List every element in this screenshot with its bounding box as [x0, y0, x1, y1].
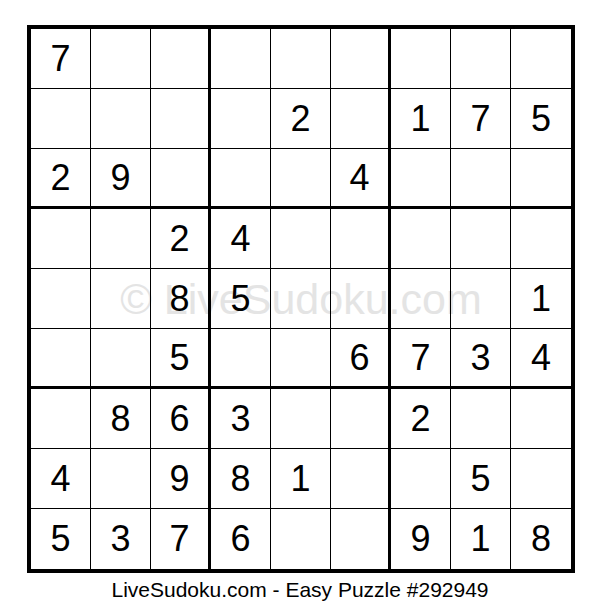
cell-r1c9[interactable]	[511, 29, 571, 89]
cell-r7c5[interactable]	[271, 389, 331, 449]
cell-r5c1[interactable]	[31, 269, 91, 329]
cell-r5c8[interactable]	[451, 269, 511, 329]
cell-r2c7[interactable]: 1	[391, 89, 451, 149]
puzzle-caption: LiveSudoku.com - Easy Puzzle #292949	[0, 578, 600, 602]
cell-r5c3[interactable]: 8	[151, 269, 211, 329]
cell-r1c4[interactable]	[211, 29, 271, 89]
cell-r3c2[interactable]: 9	[91, 149, 151, 209]
cell-r8c2[interactable]	[91, 449, 151, 509]
cell-r8c6[interactable]	[331, 449, 391, 509]
cell-r1c2[interactable]	[91, 29, 151, 89]
cell-r5c6[interactable]	[331, 269, 391, 329]
cell-r2c3[interactable]	[151, 89, 211, 149]
cell-r4c9[interactable]	[511, 209, 571, 269]
sudoku-grid: 7217529424851567348632498155376918	[31, 29, 571, 569]
cell-r4c1[interactable]	[31, 209, 91, 269]
cell-r5c2[interactable]	[91, 269, 151, 329]
cell-r7c3[interactable]: 6	[151, 389, 211, 449]
cell-r6c5[interactable]	[271, 329, 331, 389]
cell-r6c3[interactable]: 5	[151, 329, 211, 389]
cell-r5c9[interactable]: 1	[511, 269, 571, 329]
cell-r5c4[interactable]: 5	[211, 269, 271, 329]
cell-r6c7[interactable]: 7	[391, 329, 451, 389]
cell-r3c4[interactable]	[211, 149, 271, 209]
cell-r6c8[interactable]: 3	[451, 329, 511, 389]
cell-r9c4[interactable]: 6	[211, 509, 271, 569]
cell-r6c9[interactable]: 4	[511, 329, 571, 389]
cell-r8c1[interactable]: 4	[31, 449, 91, 509]
cell-r8c5[interactable]: 1	[271, 449, 331, 509]
cell-r4c2[interactable]	[91, 209, 151, 269]
cell-r2c9[interactable]: 5	[511, 89, 571, 149]
cell-r3c9[interactable]	[511, 149, 571, 209]
cell-r6c2[interactable]	[91, 329, 151, 389]
cell-r9c6[interactable]	[331, 509, 391, 569]
cell-r2c4[interactable]	[211, 89, 271, 149]
cell-r3c3[interactable]	[151, 149, 211, 209]
cell-r4c8[interactable]	[451, 209, 511, 269]
cell-r4c3[interactable]: 2	[151, 209, 211, 269]
cell-r8c9[interactable]	[511, 449, 571, 509]
cell-r4c5[interactable]	[271, 209, 331, 269]
cell-r3c6[interactable]: 4	[331, 149, 391, 209]
cell-r7c4[interactable]: 3	[211, 389, 271, 449]
cell-r9c5[interactable]	[271, 509, 331, 569]
cell-r2c8[interactable]: 7	[451, 89, 511, 149]
cell-r4c4[interactable]: 4	[211, 209, 271, 269]
cell-r7c9[interactable]	[511, 389, 571, 449]
cell-r2c1[interactable]	[31, 89, 91, 149]
cell-r3c7[interactable]	[391, 149, 451, 209]
cell-r8c7[interactable]	[391, 449, 451, 509]
cell-r9c7[interactable]: 9	[391, 509, 451, 569]
cell-r7c8[interactable]	[451, 389, 511, 449]
sudoku-page: © LiveSudoku.com 72175294248515673486324…	[0, 0, 600, 615]
cell-r1c5[interactable]	[271, 29, 331, 89]
cell-r7c7[interactable]: 2	[391, 389, 451, 449]
cell-r9c2[interactable]: 3	[91, 509, 151, 569]
cell-r7c2[interactable]: 8	[91, 389, 151, 449]
cell-r4c7[interactable]	[391, 209, 451, 269]
cell-r4c6[interactable]	[331, 209, 391, 269]
cell-r8c4[interactable]: 8	[211, 449, 271, 509]
cell-r6c4[interactable]	[211, 329, 271, 389]
cell-r5c7[interactable]	[391, 269, 451, 329]
cell-r1c8[interactable]	[451, 29, 511, 89]
cell-r6c6[interactable]: 6	[331, 329, 391, 389]
cell-r1c6[interactable]	[331, 29, 391, 89]
sudoku-board: © LiveSudoku.com 72175294248515673486324…	[27, 25, 575, 573]
cell-r2c5[interactable]: 2	[271, 89, 331, 149]
cell-r9c1[interactable]: 5	[31, 509, 91, 569]
cell-r2c6[interactable]	[331, 89, 391, 149]
cell-r8c8[interactable]: 5	[451, 449, 511, 509]
cell-r5c5[interactable]	[271, 269, 331, 329]
cell-r2c2[interactable]	[91, 89, 151, 149]
cell-r3c1[interactable]: 2	[31, 149, 91, 209]
cell-r9c3[interactable]: 7	[151, 509, 211, 569]
cell-r6c1[interactable]	[31, 329, 91, 389]
cell-r9c8[interactable]: 1	[451, 509, 511, 569]
cell-r1c3[interactable]	[151, 29, 211, 89]
cell-r3c5[interactable]	[271, 149, 331, 209]
cell-r7c6[interactable]	[331, 389, 391, 449]
cell-r9c9[interactable]: 8	[511, 509, 571, 569]
cell-r8c3[interactable]: 9	[151, 449, 211, 509]
cell-r7c1[interactable]	[31, 389, 91, 449]
cell-r3c8[interactable]	[451, 149, 511, 209]
cell-r1c1[interactable]: 7	[31, 29, 91, 89]
cell-r1c7[interactable]	[391, 29, 451, 89]
